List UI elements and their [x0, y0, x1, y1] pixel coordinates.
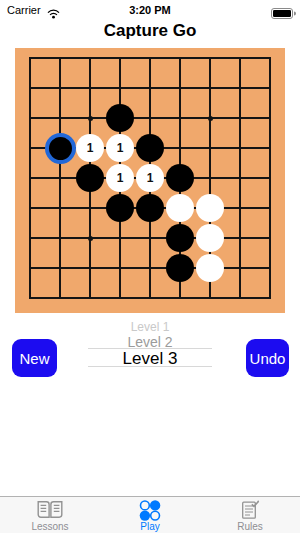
page-title: Capture Go	[0, 20, 300, 42]
black-stone	[136, 134, 164, 162]
go-stones-icon	[100, 500, 200, 520]
liberty-count-label: 1	[106, 164, 134, 192]
tab-play[interactable]: Play	[100, 497, 200, 533]
status-bar: Carrier 3:20 PM	[0, 0, 300, 20]
white-stone	[196, 224, 224, 252]
battery-icon	[271, 5, 296, 16]
grid-line	[239, 57, 241, 299]
tab-bar: Lessons Play Rul	[0, 496, 300, 533]
black-stone	[106, 194, 134, 222]
book-icon	[0, 500, 100, 520]
tab-lessons-label: Lessons	[0, 521, 100, 532]
star-point	[88, 116, 93, 121]
tab-lessons[interactable]: Lessons	[0, 497, 100, 533]
picker-option-level-1[interactable]: Level 1	[0, 320, 300, 334]
picker-separator-bottom	[88, 366, 212, 367]
liberty-count-label: 1	[136, 164, 164, 192]
star-point	[88, 236, 93, 241]
white-stone	[166, 194, 194, 222]
black-stone	[166, 254, 194, 282]
black-stone	[166, 224, 194, 252]
app-screen: Carrier 3:20 PM Capture Go 1111 Level 1 …	[0, 0, 300, 533]
grid-line	[29, 237, 271, 239]
black-stone	[76, 164, 104, 192]
liberty-count-label: 1	[76, 134, 104, 162]
checklist-icon	[200, 500, 300, 520]
liberty-count-label: 1	[106, 134, 134, 162]
go-board[interactable]: 1111	[15, 48, 285, 313]
black-stone-last-move	[45, 133, 76, 164]
tab-play-label: Play	[100, 521, 200, 532]
grid-line	[269, 57, 271, 299]
white-stone	[196, 194, 224, 222]
grid-line	[29, 267, 271, 269]
white-stone	[196, 254, 224, 282]
black-stone	[136, 194, 164, 222]
tab-rules-label: Rules	[200, 521, 300, 532]
black-stone	[166, 164, 194, 192]
tab-rules[interactable]: Rules	[200, 497, 300, 533]
black-stone	[106, 104, 134, 132]
new-game-button[interactable]: New	[12, 339, 57, 377]
grid-line	[29, 297, 271, 299]
star-point	[208, 116, 213, 121]
clock: 3:20 PM	[0, 4, 300, 16]
undo-button[interactable]: Undo	[246, 339, 289, 377]
